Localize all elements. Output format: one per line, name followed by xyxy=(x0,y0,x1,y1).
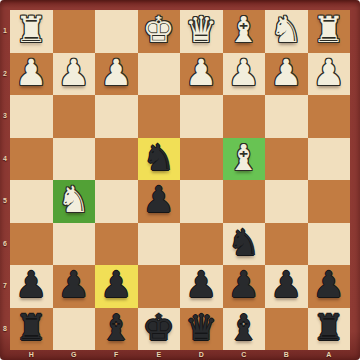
rank-label-7: 7 xyxy=(1,282,9,290)
file-label-g: G xyxy=(68,351,80,359)
square-e8[interactable]: ♚ xyxy=(138,308,181,351)
square-e1[interactable]: ♚ xyxy=(138,10,181,53)
square-g1[interactable] xyxy=(53,10,96,53)
white-pawn-b2[interactable]: ♟ xyxy=(270,55,302,91)
square-f2[interactable]: ♟ xyxy=(95,53,138,96)
square-h2[interactable]: ♟ xyxy=(10,53,53,96)
square-h1[interactable]: ♜ xyxy=(10,10,53,53)
square-e7[interactable] xyxy=(138,265,181,308)
square-b5[interactable] xyxy=(265,180,308,223)
square-c2[interactable]: ♟ xyxy=(223,53,266,96)
square-b7[interactable]: ♟ xyxy=(265,265,308,308)
square-d1[interactable]: ♛ xyxy=(180,10,223,53)
square-f6[interactable] xyxy=(95,223,138,266)
square-d5[interactable] xyxy=(180,180,223,223)
square-b6[interactable] xyxy=(265,223,308,266)
black-pawn-e5[interactable]: ♟ xyxy=(143,182,175,218)
file-label-f: F xyxy=(110,351,122,359)
square-c4[interactable]: ♝ xyxy=(223,138,266,181)
white-bishop-c1[interactable]: ♝ xyxy=(228,12,260,48)
black-rook-a8[interactable]: ♜ xyxy=(313,310,345,346)
square-g4[interactable] xyxy=(53,138,96,181)
black-pawn-d7[interactable]: ♟ xyxy=(185,267,217,303)
square-c3[interactable] xyxy=(223,95,266,138)
square-a2[interactable]: ♟ xyxy=(308,53,351,96)
square-f8[interactable]: ♝ xyxy=(95,308,138,351)
square-g3[interactable] xyxy=(53,95,96,138)
rank-label-4: 4 xyxy=(1,155,9,163)
black-pawn-h7[interactable]: ♟ xyxy=(15,267,47,303)
square-c7[interactable]: ♟ xyxy=(223,265,266,308)
square-g8[interactable] xyxy=(53,308,96,351)
black-queen-d8[interactable]: ♛ xyxy=(185,310,217,346)
square-d6[interactable] xyxy=(180,223,223,266)
square-a4[interactable] xyxy=(308,138,351,181)
square-h7[interactable]: ♟ xyxy=(10,265,53,308)
square-g2[interactable]: ♟ xyxy=(53,53,96,96)
square-a7[interactable]: ♟ xyxy=(308,265,351,308)
black-pawn-c7[interactable]: ♟ xyxy=(228,267,260,303)
board-grid: ♜♚♛♝♞♜♟♟♟♟♟♟♟♞♝♞♟♞♟♟♟♟♟♟♟♜♝♚♛♝♜ xyxy=(10,10,350,350)
square-g7[interactable]: ♟ xyxy=(53,265,96,308)
square-d4[interactable] xyxy=(180,138,223,181)
white-pawn-d2[interactable]: ♟ xyxy=(185,55,217,91)
white-pawn-f2[interactable]: ♟ xyxy=(100,55,132,91)
file-label-c: C xyxy=(238,351,250,359)
square-e3[interactable] xyxy=(138,95,181,138)
square-h3[interactable] xyxy=(10,95,53,138)
square-b3[interactable] xyxy=(265,95,308,138)
square-a6[interactable] xyxy=(308,223,351,266)
file-label-a: A xyxy=(323,351,335,359)
square-c8[interactable]: ♝ xyxy=(223,308,266,351)
black-pawn-g7[interactable]: ♟ xyxy=(58,267,90,303)
file-label-h: H xyxy=(25,351,37,359)
file-label-b: B xyxy=(280,351,292,359)
square-a1[interactable]: ♜ xyxy=(308,10,351,53)
white-knight-g5[interactable]: ♞ xyxy=(58,182,90,218)
rank-label-3: 3 xyxy=(1,112,9,120)
file-label-e: E xyxy=(153,351,165,359)
white-bishop-c4[interactable]: ♝ xyxy=(228,140,260,176)
square-e2[interactable] xyxy=(138,53,181,96)
square-f1[interactable] xyxy=(95,10,138,53)
square-h8[interactable]: ♜ xyxy=(10,308,53,351)
black-rook-h8[interactable]: ♜ xyxy=(15,310,47,346)
square-a8[interactable]: ♜ xyxy=(308,308,351,351)
square-h4[interactable] xyxy=(10,138,53,181)
white-knight-b1[interactable]: ♞ xyxy=(270,12,302,48)
square-a5[interactable] xyxy=(308,180,351,223)
black-knight-c6[interactable]: ♞ xyxy=(228,225,260,261)
black-king-e8[interactable]: ♚ xyxy=(143,310,175,346)
square-c1[interactable]: ♝ xyxy=(223,10,266,53)
white-king-e1[interactable]: ♚ xyxy=(143,12,175,48)
square-d7[interactable]: ♟ xyxy=(180,265,223,308)
square-f4[interactable] xyxy=(95,138,138,181)
square-h6[interactable] xyxy=(10,223,53,266)
rank-label-6: 6 xyxy=(1,240,9,248)
square-e4[interactable]: ♞ xyxy=(138,138,181,181)
black-pawn-b7[interactable]: ♟ xyxy=(270,267,302,303)
square-f3[interactable] xyxy=(95,95,138,138)
chess-board: ♜♚♛♝♞♜♟♟♟♟♟♟♟♞♝♞♟♞♟♟♟♟♟♟♟♜♝♚♛♝♜ 12345678… xyxy=(0,0,360,360)
file-label-d: D xyxy=(195,351,207,359)
square-g6[interactable] xyxy=(53,223,96,266)
square-d8[interactable]: ♛ xyxy=(180,308,223,351)
square-f7[interactable]: ♟ xyxy=(95,265,138,308)
square-b2[interactable]: ♟ xyxy=(265,53,308,96)
rank-label-2: 2 xyxy=(1,70,9,78)
square-a3[interactable] xyxy=(308,95,351,138)
square-f5[interactable] xyxy=(95,180,138,223)
square-b1[interactable]: ♞ xyxy=(265,10,308,53)
black-pawn-f7[interactable]: ♟ xyxy=(100,267,132,303)
rank-label-1: 1 xyxy=(1,27,9,35)
black-knight-e4[interactable]: ♞ xyxy=(143,140,175,176)
rank-label-8: 8 xyxy=(1,325,9,333)
white-rook-a1[interactable]: ♜ xyxy=(313,12,345,48)
square-e5[interactable]: ♟ xyxy=(138,180,181,223)
square-c6[interactable]: ♞ xyxy=(223,223,266,266)
white-rook-h1[interactable]: ♜ xyxy=(15,12,47,48)
square-h5[interactable] xyxy=(10,180,53,223)
square-e6[interactable] xyxy=(138,223,181,266)
white-pawn-a2[interactable]: ♟ xyxy=(313,55,345,91)
white-pawn-h2[interactable]: ♟ xyxy=(15,55,47,91)
white-pawn-g2[interactable]: ♟ xyxy=(58,55,90,91)
square-b8[interactable] xyxy=(265,308,308,351)
white-queen-d1[interactable]: ♛ xyxy=(185,12,217,48)
black-bishop-c8[interactable]: ♝ xyxy=(228,310,260,346)
rank-label-5: 5 xyxy=(1,197,9,205)
black-bishop-f8[interactable]: ♝ xyxy=(100,310,132,346)
square-g5[interactable]: ♞ xyxy=(53,180,96,223)
square-c5[interactable] xyxy=(223,180,266,223)
square-d2[interactable]: ♟ xyxy=(180,53,223,96)
white-pawn-c2[interactable]: ♟ xyxy=(228,55,260,91)
square-d3[interactable] xyxy=(180,95,223,138)
black-pawn-a7[interactable]: ♟ xyxy=(313,267,345,303)
square-b4[interactable] xyxy=(265,138,308,181)
